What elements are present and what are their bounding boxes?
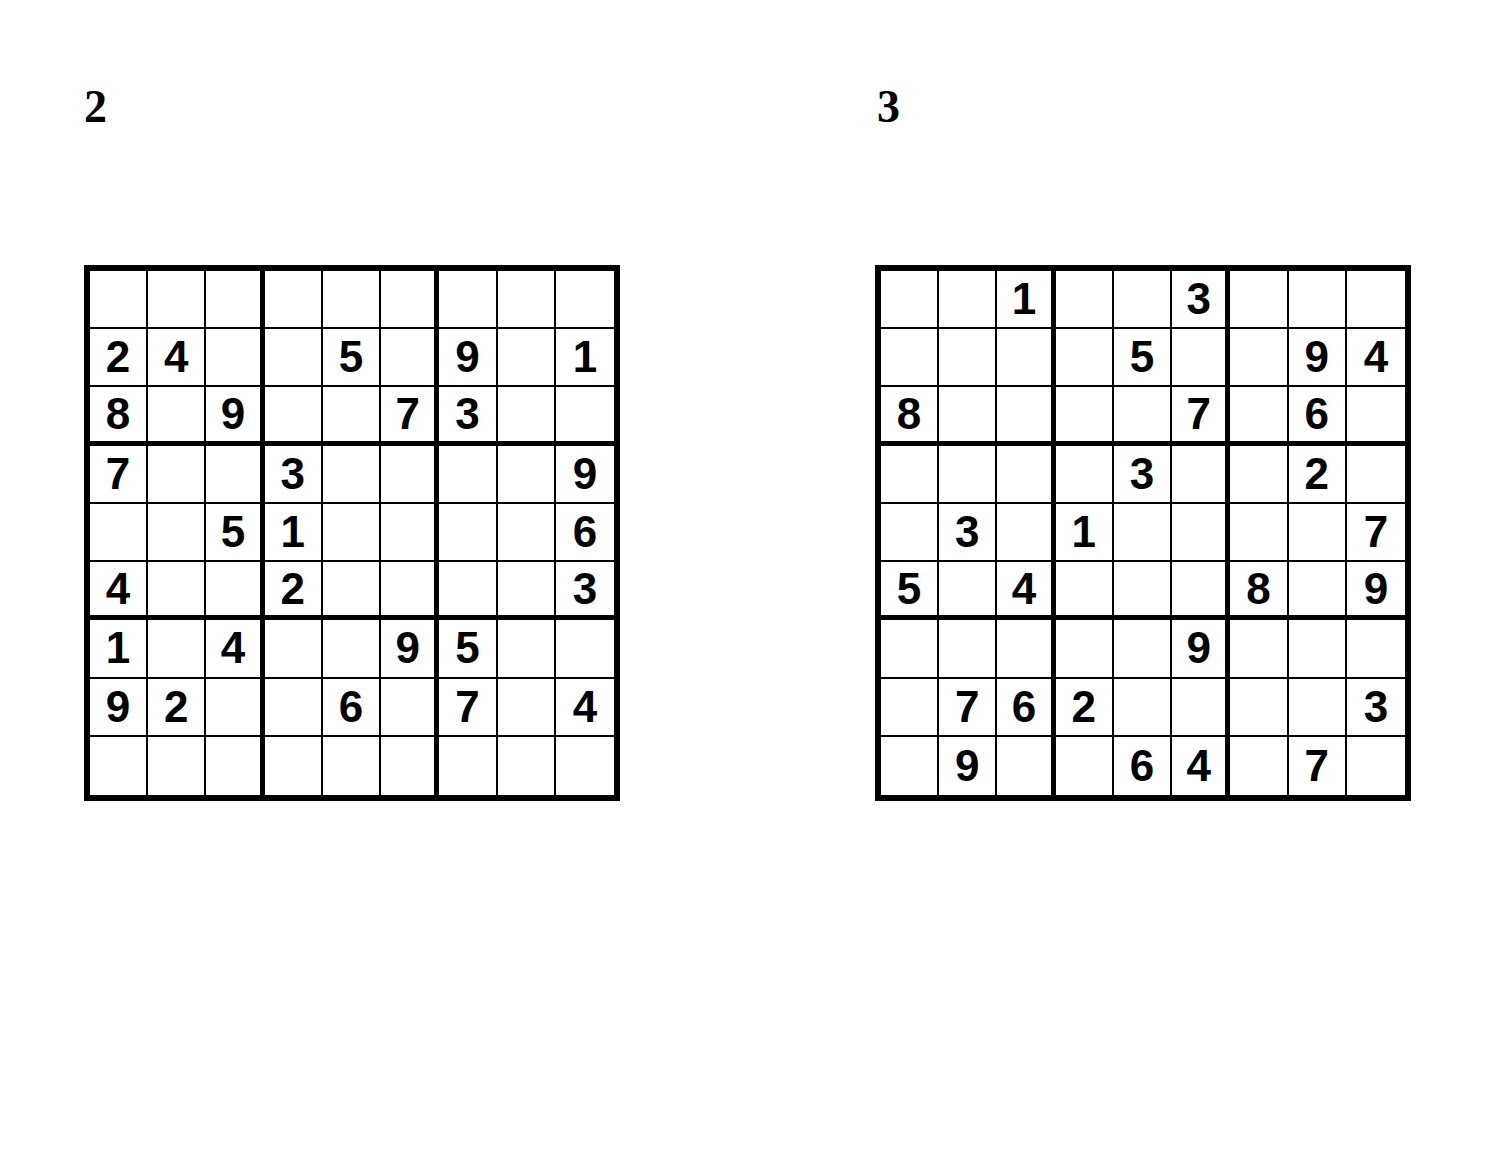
cell-r3c7 bbox=[1230, 387, 1288, 445]
cell-r8c4: 2 bbox=[1056, 679, 1114, 737]
cell-r4c4: 3 bbox=[265, 446, 323, 504]
cell-r7c3: 4 bbox=[206, 620, 264, 678]
cell-r5c8 bbox=[498, 504, 556, 562]
cell-r1c4 bbox=[265, 271, 323, 329]
cell-r7c1 bbox=[881, 620, 939, 678]
cell-r1c6 bbox=[381, 271, 439, 329]
cell-r4c9: 9 bbox=[556, 446, 614, 504]
cell-r1c9 bbox=[556, 271, 614, 329]
cell-r9c1 bbox=[90, 737, 148, 795]
cell-r4c5: 3 bbox=[1114, 446, 1172, 504]
cell-r2c6 bbox=[381, 329, 439, 387]
cell-r4c2 bbox=[939, 446, 997, 504]
cell-r8c6 bbox=[381, 679, 439, 737]
cell-r6c1: 5 bbox=[881, 562, 939, 620]
puzzle-number-right: 3 bbox=[877, 84, 900, 130]
cell-r2c4 bbox=[265, 329, 323, 387]
cell-r2c8: 9 bbox=[1289, 329, 1347, 387]
cell-r6c3: 4 bbox=[997, 562, 1055, 620]
cell-r5c3 bbox=[997, 504, 1055, 562]
cell-r1c1 bbox=[90, 271, 148, 329]
cell-r7c4 bbox=[1056, 620, 1114, 678]
cell-r2c1 bbox=[881, 329, 939, 387]
cell-r1c3 bbox=[206, 271, 264, 329]
cell-r6c9: 3 bbox=[556, 562, 614, 620]
cell-r3c3 bbox=[997, 387, 1055, 445]
cell-r1c8 bbox=[1289, 271, 1347, 329]
cell-r2c7: 9 bbox=[439, 329, 497, 387]
cell-r8c2: 2 bbox=[148, 679, 206, 737]
cell-r2c1: 2 bbox=[90, 329, 148, 387]
cell-r2c5: 5 bbox=[323, 329, 381, 387]
cell-r8c7 bbox=[1230, 679, 1288, 737]
cell-r3c2 bbox=[148, 387, 206, 445]
cell-r2c7 bbox=[1230, 329, 1288, 387]
cell-r4c2 bbox=[148, 446, 206, 504]
cell-r7c4 bbox=[265, 620, 323, 678]
cell-r3c8 bbox=[498, 387, 556, 445]
cell-r5c9: 7 bbox=[1347, 504, 1405, 562]
sudoku-board-left: 245918973739516423149592674 bbox=[84, 265, 620, 801]
cell-r5c7 bbox=[1230, 504, 1288, 562]
cell-r6c4 bbox=[1056, 562, 1114, 620]
cell-r7c5 bbox=[1114, 620, 1172, 678]
cell-r7c1: 1 bbox=[90, 620, 148, 678]
cell-r6c2 bbox=[148, 562, 206, 620]
cell-r4c1 bbox=[881, 446, 939, 504]
cell-r3c3: 9 bbox=[206, 387, 264, 445]
cell-r3c8: 6 bbox=[1289, 387, 1347, 445]
cell-r9c5 bbox=[323, 737, 381, 795]
cell-r8c9: 4 bbox=[556, 679, 614, 737]
cell-r4c5 bbox=[323, 446, 381, 504]
cell-r4c9 bbox=[1347, 446, 1405, 504]
cell-r6c3 bbox=[206, 562, 264, 620]
cell-r1c1 bbox=[881, 271, 939, 329]
cell-r7c9 bbox=[1347, 620, 1405, 678]
cell-r6c5 bbox=[1114, 562, 1172, 620]
cell-r2c9: 4 bbox=[1347, 329, 1405, 387]
cell-r2c2: 4 bbox=[148, 329, 206, 387]
cell-r2c8 bbox=[498, 329, 556, 387]
cell-r6c2 bbox=[939, 562, 997, 620]
cell-r3c1: 8 bbox=[90, 387, 148, 445]
cell-r8c8 bbox=[1289, 679, 1347, 737]
cell-r8c3: 6 bbox=[997, 679, 1055, 737]
cell-r4c1: 7 bbox=[90, 446, 148, 504]
cell-r9c7 bbox=[1230, 737, 1288, 795]
cell-r4c3 bbox=[997, 446, 1055, 504]
cell-r8c4 bbox=[265, 679, 323, 737]
cell-r2c3 bbox=[206, 329, 264, 387]
cell-r7c8 bbox=[1289, 620, 1347, 678]
cell-r7c5 bbox=[323, 620, 381, 678]
cell-r6c8 bbox=[498, 562, 556, 620]
puzzle-book-page: 2 3 245918973739516423149592674 13594876… bbox=[0, 0, 1500, 1151]
cell-r9c3 bbox=[206, 737, 264, 795]
cell-r2c4 bbox=[1056, 329, 1114, 387]
cell-r6c1: 4 bbox=[90, 562, 148, 620]
cell-r1c4 bbox=[1056, 271, 1114, 329]
cell-r9c4 bbox=[265, 737, 323, 795]
cell-r5c2: 3 bbox=[939, 504, 997, 562]
cell-r9c8: 7 bbox=[1289, 737, 1347, 795]
cell-r5c7 bbox=[439, 504, 497, 562]
cell-r1c6: 3 bbox=[1172, 271, 1230, 329]
cell-r6c8 bbox=[1289, 562, 1347, 620]
cell-r8c2: 7 bbox=[939, 679, 997, 737]
cell-r4c7 bbox=[439, 446, 497, 504]
cell-r9c5: 6 bbox=[1114, 737, 1172, 795]
cell-r6c5 bbox=[323, 562, 381, 620]
cell-r8c1 bbox=[881, 679, 939, 737]
cell-r7c7 bbox=[1230, 620, 1288, 678]
cell-r1c2 bbox=[939, 271, 997, 329]
cell-r2c5: 5 bbox=[1114, 329, 1172, 387]
cell-r4c8 bbox=[498, 446, 556, 504]
cell-r9c3 bbox=[997, 737, 1055, 795]
cell-r2c9: 1 bbox=[556, 329, 614, 387]
cell-r4c7 bbox=[1230, 446, 1288, 504]
cell-r6c6 bbox=[1172, 562, 1230, 620]
cell-r9c6: 4 bbox=[1172, 737, 1230, 795]
cell-r3c9 bbox=[556, 387, 614, 445]
cell-r9c2: 9 bbox=[939, 737, 997, 795]
cell-r1c2 bbox=[148, 271, 206, 329]
cell-r6c4: 2 bbox=[265, 562, 323, 620]
cell-r8c7: 7 bbox=[439, 679, 497, 737]
sudoku-board-right: 13594876323175489976239647 bbox=[875, 265, 1411, 801]
cell-r9c2 bbox=[148, 737, 206, 795]
cell-r2c2 bbox=[939, 329, 997, 387]
cell-r3c5 bbox=[1114, 387, 1172, 445]
cell-r1c5 bbox=[323, 271, 381, 329]
cell-r1c3: 1 bbox=[997, 271, 1055, 329]
cell-r3c4 bbox=[265, 387, 323, 445]
cell-r9c1 bbox=[881, 737, 939, 795]
cell-r5c9: 6 bbox=[556, 504, 614, 562]
cell-r3c4 bbox=[1056, 387, 1114, 445]
cell-r5c8 bbox=[1289, 504, 1347, 562]
cell-r9c9 bbox=[1347, 737, 1405, 795]
cell-r5c5 bbox=[1114, 504, 1172, 562]
cell-r8c5: 6 bbox=[323, 679, 381, 737]
cell-r9c6 bbox=[381, 737, 439, 795]
cell-r3c6: 7 bbox=[381, 387, 439, 445]
cell-r9c4 bbox=[1056, 737, 1114, 795]
cell-r9c9 bbox=[556, 737, 614, 795]
cell-r5c6 bbox=[381, 504, 439, 562]
cell-r7c8 bbox=[498, 620, 556, 678]
cell-r5c1 bbox=[881, 504, 939, 562]
cell-r8c5 bbox=[1114, 679, 1172, 737]
cell-r7c2 bbox=[148, 620, 206, 678]
cell-r5c1 bbox=[90, 504, 148, 562]
cell-r1c7 bbox=[439, 271, 497, 329]
cell-r1c8 bbox=[498, 271, 556, 329]
cell-r3c6: 7 bbox=[1172, 387, 1230, 445]
cell-r9c8 bbox=[498, 737, 556, 795]
cell-r5c4: 1 bbox=[1056, 504, 1114, 562]
cell-r3c1: 8 bbox=[881, 387, 939, 445]
cell-r8c3 bbox=[206, 679, 264, 737]
cell-r8c9: 3 bbox=[1347, 679, 1405, 737]
cell-r5c2 bbox=[148, 504, 206, 562]
cell-r5c4: 1 bbox=[265, 504, 323, 562]
cell-r1c9 bbox=[1347, 271, 1405, 329]
cell-r7c2 bbox=[939, 620, 997, 678]
cell-r8c8 bbox=[498, 679, 556, 737]
cell-r6c6 bbox=[381, 562, 439, 620]
cell-r4c4 bbox=[1056, 446, 1114, 504]
cell-r3c2 bbox=[939, 387, 997, 445]
cell-r3c9 bbox=[1347, 387, 1405, 445]
cell-r7c3 bbox=[997, 620, 1055, 678]
cell-r1c5 bbox=[1114, 271, 1172, 329]
cell-r4c6 bbox=[1172, 446, 1230, 504]
cell-r3c5 bbox=[323, 387, 381, 445]
cell-r4c3 bbox=[206, 446, 264, 504]
cell-r4c8: 2 bbox=[1289, 446, 1347, 504]
puzzle-number-left: 2 bbox=[84, 84, 107, 130]
cell-r8c6 bbox=[1172, 679, 1230, 737]
cell-r6c7 bbox=[439, 562, 497, 620]
cell-r6c9: 9 bbox=[1347, 562, 1405, 620]
cell-r5c3: 5 bbox=[206, 504, 264, 562]
cell-r4c6 bbox=[381, 446, 439, 504]
cell-r1c7 bbox=[1230, 271, 1288, 329]
cell-r5c6 bbox=[1172, 504, 1230, 562]
cell-r7c7: 5 bbox=[439, 620, 497, 678]
cell-r8c1: 9 bbox=[90, 679, 148, 737]
cell-r9c7 bbox=[439, 737, 497, 795]
cell-r7c6: 9 bbox=[1172, 620, 1230, 678]
cell-r7c9 bbox=[556, 620, 614, 678]
cell-r6c7: 8 bbox=[1230, 562, 1288, 620]
cell-r2c6 bbox=[1172, 329, 1230, 387]
cell-r3c7: 3 bbox=[439, 387, 497, 445]
cell-r7c6: 9 bbox=[381, 620, 439, 678]
cell-r2c3 bbox=[997, 329, 1055, 387]
cell-r5c5 bbox=[323, 504, 381, 562]
